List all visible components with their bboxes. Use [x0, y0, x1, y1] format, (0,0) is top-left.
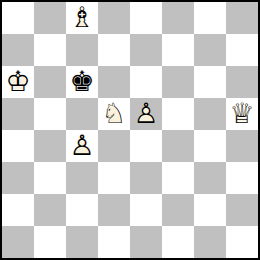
white-bishop-icon: ♗ — [66, 2, 98, 34]
square-b1[interactable] — [34, 226, 66, 258]
chess-board: ♝♗♚♔♚♞♘♟♙♛♕♟♙ — [0, 0, 260, 260]
square-h1[interactable] — [226, 226, 258, 258]
square-c7[interactable] — [66, 34, 98, 66]
square-b6[interactable] — [34, 66, 66, 98]
square-g3[interactable] — [194, 162, 226, 194]
square-a8[interactable] — [2, 2, 34, 34]
piece-white-bishop-c8[interactable]: ♝♗ — [66, 2, 98, 34]
square-f1[interactable] — [162, 226, 194, 258]
square-c6[interactable]: ♚ — [66, 66, 98, 98]
piece-white-king-a6[interactable]: ♚♔ — [2, 66, 34, 98]
square-f3[interactable] — [162, 162, 194, 194]
square-d3[interactable] — [98, 162, 130, 194]
square-c4[interactable]: ♟♙ — [66, 130, 98, 162]
square-e4[interactable] — [130, 130, 162, 162]
square-e2[interactable] — [130, 194, 162, 226]
square-a6[interactable]: ♚♔ — [2, 66, 34, 98]
square-f2[interactable] — [162, 194, 194, 226]
piece-black-king-c6[interactable]: ♚ — [66, 66, 98, 98]
square-c5[interactable] — [66, 98, 98, 130]
square-b2[interactable] — [34, 194, 66, 226]
square-g4[interactable] — [194, 130, 226, 162]
square-d2[interactable] — [98, 194, 130, 226]
square-f5[interactable] — [162, 98, 194, 130]
square-e3[interactable] — [130, 162, 162, 194]
square-d6[interactable] — [98, 66, 130, 98]
square-d5[interactable]: ♞♘ — [98, 98, 130, 130]
square-a5[interactable] — [2, 98, 34, 130]
square-e8[interactable] — [130, 2, 162, 34]
square-e5[interactable]: ♟♙ — [130, 98, 162, 130]
square-b8[interactable] — [34, 2, 66, 34]
white-pawn-icon: ♙ — [66, 130, 98, 162]
square-g1[interactable] — [194, 226, 226, 258]
square-c3[interactable] — [66, 162, 98, 194]
square-e1[interactable] — [130, 226, 162, 258]
square-a1[interactable] — [2, 226, 34, 258]
square-f7[interactable] — [162, 34, 194, 66]
square-b3[interactable] — [34, 162, 66, 194]
square-d7[interactable] — [98, 34, 130, 66]
square-g5[interactable] — [194, 98, 226, 130]
square-c1[interactable] — [66, 226, 98, 258]
square-a3[interactable] — [2, 162, 34, 194]
square-h2[interactable] — [226, 194, 258, 226]
square-g7[interactable] — [194, 34, 226, 66]
square-f4[interactable] — [162, 130, 194, 162]
square-c2[interactable] — [66, 194, 98, 226]
square-c8[interactable]: ♝♗ — [66, 2, 98, 34]
white-knight-icon: ♘ — [98, 98, 130, 130]
square-g6[interactable] — [194, 66, 226, 98]
square-d8[interactable] — [98, 2, 130, 34]
square-e7[interactable] — [130, 34, 162, 66]
square-b7[interactable] — [34, 34, 66, 66]
piece-white-knight-d5[interactable]: ♞♘ — [98, 98, 130, 130]
square-h3[interactable] — [226, 162, 258, 194]
piece-white-pawn-e5[interactable]: ♟♙ — [130, 98, 162, 130]
square-b4[interactable] — [34, 130, 66, 162]
square-f8[interactable] — [162, 2, 194, 34]
piece-white-queen-h5[interactable]: ♛♕ — [226, 98, 258, 130]
square-b5[interactable] — [34, 98, 66, 130]
piece-white-pawn-c4[interactable]: ♟♙ — [66, 130, 98, 162]
square-a4[interactable] — [2, 130, 34, 162]
white-pawn-icon: ♙ — [130, 98, 162, 130]
square-a2[interactable] — [2, 194, 34, 226]
square-h8[interactable] — [226, 2, 258, 34]
square-d1[interactable] — [98, 226, 130, 258]
square-a7[interactable] — [2, 34, 34, 66]
white-king-icon: ♔ — [2, 66, 34, 98]
square-d4[interactable] — [98, 130, 130, 162]
square-g2[interactable] — [194, 194, 226, 226]
square-g8[interactable] — [194, 2, 226, 34]
white-queen-icon: ♕ — [226, 98, 258, 130]
square-h7[interactable] — [226, 34, 258, 66]
square-h6[interactable] — [226, 66, 258, 98]
square-e6[interactable] — [130, 66, 162, 98]
square-h4[interactable] — [226, 130, 258, 162]
square-h5[interactable]: ♛♕ — [226, 98, 258, 130]
square-f6[interactable] — [162, 66, 194, 98]
black-king-icon: ♚ — [66, 66, 98, 98]
